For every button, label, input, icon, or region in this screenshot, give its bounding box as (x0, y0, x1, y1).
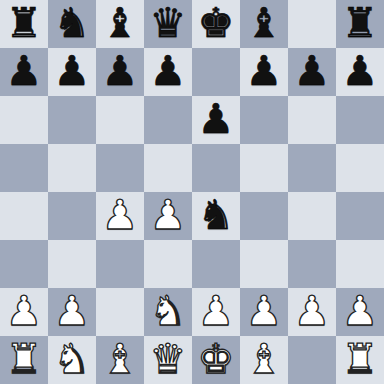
piece-white-king-e1[interactable]: ♚ (198, 335, 235, 383)
square-a6[interactable] (0, 96, 48, 144)
square-a8[interactable]: ♜ (0, 0, 48, 48)
square-d1[interactable]: ♛ (144, 336, 192, 384)
piece-black-pawn-e6[interactable]: ♟ (198, 95, 235, 143)
piece-black-bishop-c8[interactable]: ♝ (102, 0, 139, 47)
piece-white-pawn-c4[interactable]: ♟ (102, 191, 139, 239)
square-c1[interactable]: ♝ (96, 336, 144, 384)
square-b3[interactable] (48, 240, 96, 288)
square-e7[interactable] (192, 48, 240, 96)
square-d3[interactable] (144, 240, 192, 288)
square-b7[interactable]: ♟ (48, 48, 96, 96)
piece-black-pawn-g7[interactable]: ♟ (294, 47, 331, 95)
square-e1[interactable]: ♚ (192, 336, 240, 384)
square-b1[interactable]: ♞ (48, 336, 96, 384)
square-b2[interactable]: ♟ (48, 288, 96, 336)
square-d4[interactable]: ♟ (144, 192, 192, 240)
square-c7[interactable]: ♟ (96, 48, 144, 96)
chess-board: ♜♞♝♛♚♝♜♟♟♟♟♟♟♟♟♟♟♞♟♟♞♟♟♟♟♜♞♝♛♚♝♜ (0, 0, 384, 384)
piece-black-pawn-c7[interactable]: ♟ (102, 47, 139, 95)
square-h3[interactable] (336, 240, 384, 288)
square-g5[interactable] (288, 144, 336, 192)
piece-black-pawn-b7[interactable]: ♟ (54, 47, 91, 95)
piece-black-bishop-f8[interactable]: ♝ (246, 0, 283, 47)
piece-white-pawn-g2[interactable]: ♟ (294, 287, 331, 335)
square-b8[interactable]: ♞ (48, 0, 96, 48)
piece-black-pawn-f7[interactable]: ♟ (246, 47, 283, 95)
square-d2[interactable]: ♞ (144, 288, 192, 336)
square-f1[interactable]: ♝ (240, 336, 288, 384)
square-b6[interactable] (48, 96, 96, 144)
piece-white-pawn-b2[interactable]: ♟ (54, 287, 91, 335)
square-h5[interactable] (336, 144, 384, 192)
square-e2[interactable]: ♟ (192, 288, 240, 336)
square-a1[interactable]: ♜ (0, 336, 48, 384)
piece-black-rook-a8[interactable]: ♜ (6, 0, 43, 47)
square-b4[interactable] (48, 192, 96, 240)
square-h4[interactable] (336, 192, 384, 240)
square-f8[interactable]: ♝ (240, 0, 288, 48)
piece-white-bishop-c1[interactable]: ♝ (102, 335, 139, 383)
piece-black-pawn-a7[interactable]: ♟ (6, 47, 43, 95)
square-c4[interactable]: ♟ (96, 192, 144, 240)
square-h2[interactable]: ♟ (336, 288, 384, 336)
square-g2[interactable]: ♟ (288, 288, 336, 336)
square-b5[interactable] (48, 144, 96, 192)
square-a3[interactable] (0, 240, 48, 288)
square-h7[interactable]: ♟ (336, 48, 384, 96)
square-c8[interactable]: ♝ (96, 0, 144, 48)
square-c3[interactable] (96, 240, 144, 288)
square-e5[interactable] (192, 144, 240, 192)
square-h6[interactable] (336, 96, 384, 144)
square-e4[interactable]: ♞ (192, 192, 240, 240)
piece-white-pawn-d4[interactable]: ♟ (150, 191, 187, 239)
square-g3[interactable] (288, 240, 336, 288)
piece-black-knight-e4[interactable]: ♞ (198, 191, 235, 239)
square-h8[interactable]: ♜ (336, 0, 384, 48)
piece-black-pawn-h7[interactable]: ♟ (342, 47, 379, 95)
piece-black-queen-d8[interactable]: ♛ (150, 0, 187, 47)
piece-white-knight-b1[interactable]: ♞ (54, 335, 91, 383)
piece-white-bishop-f1[interactable]: ♝ (246, 335, 283, 383)
piece-white-rook-h1[interactable]: ♜ (342, 335, 379, 383)
square-e8[interactable]: ♚ (192, 0, 240, 48)
square-d6[interactable] (144, 96, 192, 144)
square-c5[interactable] (96, 144, 144, 192)
piece-black-pawn-d7[interactable]: ♟ (150, 47, 187, 95)
square-d7[interactable]: ♟ (144, 48, 192, 96)
square-g1[interactable] (288, 336, 336, 384)
piece-white-pawn-h2[interactable]: ♟ (342, 287, 379, 335)
square-d5[interactable] (144, 144, 192, 192)
square-g7[interactable]: ♟ (288, 48, 336, 96)
square-e6[interactable]: ♟ (192, 96, 240, 144)
piece-white-pawn-f2[interactable]: ♟ (246, 287, 283, 335)
square-a4[interactable] (0, 192, 48, 240)
square-f5[interactable] (240, 144, 288, 192)
square-d8[interactable]: ♛ (144, 0, 192, 48)
square-c2[interactable] (96, 288, 144, 336)
piece-white-pawn-a2[interactable]: ♟ (6, 287, 43, 335)
piece-black-king-e8[interactable]: ♚ (198, 0, 235, 47)
square-a7[interactable]: ♟ (0, 48, 48, 96)
square-f7[interactable]: ♟ (240, 48, 288, 96)
square-f2[interactable]: ♟ (240, 288, 288, 336)
square-a2[interactable]: ♟ (0, 288, 48, 336)
piece-white-rook-a1[interactable]: ♜ (6, 335, 43, 383)
square-f4[interactable] (240, 192, 288, 240)
piece-black-rook-h8[interactable]: ♜ (342, 0, 379, 47)
square-g8[interactable] (288, 0, 336, 48)
square-h1[interactable]: ♜ (336, 336, 384, 384)
piece-black-knight-b8[interactable]: ♞ (54, 0, 91, 47)
square-f6[interactable] (240, 96, 288, 144)
square-g4[interactable] (288, 192, 336, 240)
piece-white-pawn-e2[interactable]: ♟ (198, 287, 235, 335)
square-c6[interactable] (96, 96, 144, 144)
square-a5[interactable] (0, 144, 48, 192)
square-e3[interactable] (192, 240, 240, 288)
piece-white-knight-d2[interactable]: ♞ (150, 287, 187, 335)
piece-white-queen-d1[interactable]: ♛ (150, 335, 187, 383)
square-f3[interactable] (240, 240, 288, 288)
square-g6[interactable] (288, 96, 336, 144)
